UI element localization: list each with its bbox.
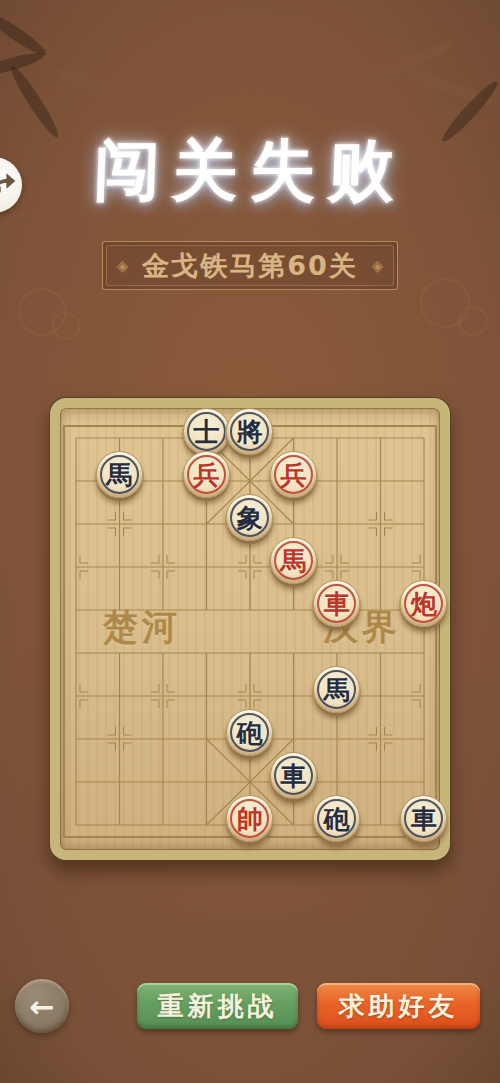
bamboo-leaf bbox=[55, 66, 125, 102]
ask-friends-button[interactable]: 求助好友 bbox=[317, 983, 480, 1029]
piece-character: 馬 bbox=[106, 462, 132, 488]
piece-character: 砲 bbox=[324, 806, 350, 832]
piece-black-cannon[interactable]: 砲 bbox=[313, 795, 360, 842]
banner-diamond-left-icon: ◈ bbox=[117, 257, 129, 275]
cloud-swirl bbox=[458, 306, 488, 336]
bamboo-leaf bbox=[372, 35, 458, 89]
piece-red-pawn[interactable]: 兵 bbox=[183, 451, 230, 498]
result-title: 闯关失败 bbox=[0, 128, 500, 212]
piece-red-chariot[interactable]: 車 bbox=[313, 580, 360, 627]
bamboo-leaf bbox=[0, 10, 50, 58]
piece-character: 車 bbox=[280, 763, 306, 789]
piece-red-pawn[interactable]: 兵 bbox=[270, 451, 317, 498]
piece-black-advisor[interactable]: 士 bbox=[183, 408, 230, 455]
piece-black-general[interactable]: 將 bbox=[226, 408, 273, 455]
banner-diamond-right-icon: ◈ bbox=[372, 257, 384, 275]
piece-black-elephant[interactable]: 象 bbox=[226, 494, 273, 541]
piece-red-horse[interactable]: 馬 bbox=[270, 537, 317, 584]
level-banner-text: 金戈铁马第60关 bbox=[142, 248, 358, 284]
piece-red-cannon[interactable]: 炮 bbox=[400, 580, 447, 627]
cloud-swirl bbox=[18, 288, 66, 336]
cloud-swirl bbox=[420, 278, 470, 328]
piece-character: 車 bbox=[324, 591, 350, 617]
piece-character: 將 bbox=[237, 419, 263, 445]
piece-character: 兵 bbox=[280, 462, 306, 488]
piece-red-general[interactable]: 帥 bbox=[226, 795, 273, 842]
piece-character: 帥 bbox=[237, 806, 263, 832]
retry-button[interactable]: 重新挑战 bbox=[137, 983, 298, 1029]
piece-character: 象 bbox=[237, 505, 263, 531]
level-banner: ◈ 金戈铁马第60关 ◈ bbox=[102, 241, 398, 290]
back-arrow-icon: ← bbox=[29, 989, 54, 1024]
piece-character: 車 bbox=[411, 806, 437, 832]
piece-character: 馬 bbox=[280, 548, 306, 574]
cloud-swirl bbox=[52, 312, 80, 340]
piece-character: 士 bbox=[193, 419, 219, 445]
back-button[interactable]: ← bbox=[15, 979, 69, 1033]
piece-black-chariot[interactable]: 車 bbox=[270, 752, 317, 799]
piece-black-horse[interactable]: 馬 bbox=[96, 451, 143, 498]
bamboo-leaf bbox=[400, 66, 494, 108]
piece-black-chariot[interactable]: 車 bbox=[400, 795, 447, 842]
piece-character: 兵 bbox=[193, 462, 219, 488]
piece-black-cannon[interactable]: 砲 bbox=[226, 709, 273, 756]
piece-black-horse[interactable]: 馬 bbox=[313, 666, 360, 713]
bamboo-leaf bbox=[0, 48, 45, 82]
piece-character: 馬 bbox=[324, 677, 350, 703]
pieces-layer: 士將馬兵兵象馬車炮馬砲車帥砲車 bbox=[54, 416, 446, 846]
piece-character: 炮 bbox=[411, 591, 437, 617]
piece-character: 砲 bbox=[237, 720, 263, 746]
